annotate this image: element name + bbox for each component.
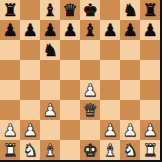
square-b1[interactable]: ♞	[20, 140, 40, 160]
piece-white-pawn[interactable]: ♟	[40, 100, 60, 120]
square-f4[interactable]	[100, 80, 120, 100]
square-e4[interactable]: ♟	[80, 80, 100, 100]
square-e5[interactable]	[80, 60, 100, 80]
chess-board: ♜♝♛♚♞♜♟♟♟♟♝♟♟♟♞♟♟♛♟♟♟♟♟♜♞♝♚♝♞♜	[0, 0, 162, 162]
piece-black-pawn[interactable]: ♟	[60, 20, 80, 40]
piece-white-pawn[interactable]: ♟	[20, 120, 40, 140]
square-a5[interactable]	[0, 60, 20, 80]
piece-white-pawn[interactable]: ♟	[120, 120, 140, 140]
square-a2[interactable]: ♟	[0, 120, 20, 140]
chessboard-screenshot: ♜♝♛♚♞♜♟♟♟♟♝♟♟♟♞♟♟♛♟♟♟♟♟♜♞♝♚♝♞♜	[0, 0, 162, 162]
piece-white-pawn[interactable]: ♟	[140, 120, 160, 140]
piece-black-rook[interactable]: ♜	[140, 0, 160, 20]
square-a7[interactable]: ♟	[0, 20, 20, 40]
piece-white-queen[interactable]: ♛	[80, 100, 100, 120]
square-h6[interactable]	[140, 40, 160, 60]
square-a3[interactable]	[0, 100, 20, 120]
square-e7[interactable]: ♝	[80, 20, 100, 40]
square-g2[interactable]: ♟	[120, 120, 140, 140]
piece-black-king[interactable]: ♚	[80, 0, 100, 20]
square-c7[interactable]: ♟	[40, 20, 60, 40]
square-f2[interactable]: ♟	[100, 120, 120, 140]
piece-white-pawn[interactable]: ♟	[100, 120, 120, 140]
square-a4[interactable]	[0, 80, 20, 100]
piece-white-knight[interactable]: ♞	[20, 140, 40, 160]
square-c1[interactable]: ♝	[40, 140, 60, 160]
square-g5[interactable]	[120, 60, 140, 80]
square-c8[interactable]: ♝	[40, 0, 60, 20]
square-h2[interactable]: ♟	[140, 120, 160, 140]
square-f5[interactable]	[100, 60, 120, 80]
piece-black-pawn[interactable]: ♟	[120, 20, 140, 40]
piece-white-knight[interactable]: ♞	[120, 140, 140, 160]
square-b5[interactable]	[20, 60, 40, 80]
piece-black-pawn[interactable]: ♟	[20, 20, 40, 40]
piece-black-knight[interactable]: ♞	[120, 0, 140, 20]
square-h1[interactable]: ♜	[140, 140, 160, 160]
square-c3[interactable]: ♟	[40, 100, 60, 120]
square-d7[interactable]: ♟	[60, 20, 80, 40]
square-c5[interactable]	[40, 60, 60, 80]
piece-black-bishop[interactable]: ♝	[40, 0, 60, 20]
square-h4[interactable]	[140, 80, 160, 100]
piece-white-king[interactable]: ♚	[80, 140, 100, 160]
piece-black-knight[interactable]: ♞	[40, 40, 60, 60]
square-d6[interactable]	[60, 40, 80, 60]
piece-black-pawn[interactable]: ♟	[140, 20, 160, 40]
square-h7[interactable]: ♟	[140, 20, 160, 40]
piece-white-bishop[interactable]: ♝	[40, 140, 60, 160]
piece-black-rook[interactable]: ♜	[0, 0, 20, 20]
piece-white-pawn[interactable]: ♟	[0, 120, 20, 140]
square-e8[interactable]: ♚	[80, 0, 100, 20]
square-d8[interactable]: ♛	[60, 0, 80, 20]
square-g1[interactable]: ♞	[120, 140, 140, 160]
square-h3[interactable]	[140, 100, 160, 120]
square-f1[interactable]: ♝	[100, 140, 120, 160]
piece-black-bishop[interactable]: ♝	[80, 20, 100, 40]
square-a8[interactable]: ♜	[0, 0, 20, 20]
square-f7[interactable]: ♟	[100, 20, 120, 40]
piece-black-pawn[interactable]: ♟	[100, 20, 120, 40]
square-h8[interactable]: ♜	[140, 0, 160, 20]
square-f8[interactable]	[100, 0, 120, 20]
square-d2[interactable]	[60, 120, 80, 140]
piece-white-rook[interactable]: ♜	[140, 140, 160, 160]
square-b6[interactable]	[20, 40, 40, 60]
square-g6[interactable]	[120, 40, 140, 60]
piece-black-pawn[interactable]: ♟	[40, 20, 60, 40]
square-b4[interactable]	[20, 80, 40, 100]
square-e3[interactable]: ♛	[80, 100, 100, 120]
square-b8[interactable]	[20, 0, 40, 20]
square-b3[interactable]	[20, 100, 40, 120]
square-f3[interactable]	[100, 100, 120, 120]
piece-white-rook[interactable]: ♜	[0, 140, 20, 160]
square-b2[interactable]: ♟	[20, 120, 40, 140]
square-a1[interactable]: ♜	[0, 140, 20, 160]
square-d4[interactable]	[60, 80, 80, 100]
square-e1[interactable]: ♚	[80, 140, 100, 160]
square-b7[interactable]: ♟	[20, 20, 40, 40]
piece-white-pawn[interactable]: ♟	[80, 80, 100, 100]
square-f6[interactable]	[100, 40, 120, 60]
square-g3[interactable]	[120, 100, 140, 120]
piece-black-pawn[interactable]: ♟	[0, 20, 20, 40]
square-g8[interactable]: ♞	[120, 0, 140, 20]
square-c4[interactable]	[40, 80, 60, 100]
square-a6[interactable]	[0, 40, 20, 60]
square-g7[interactable]: ♟	[120, 20, 140, 40]
square-h5[interactable]	[140, 60, 160, 80]
square-c6[interactable]: ♞	[40, 40, 60, 60]
square-e2[interactable]	[80, 120, 100, 140]
square-d3[interactable]	[60, 100, 80, 120]
square-g4[interactable]	[120, 80, 140, 100]
square-d5[interactable]	[60, 60, 80, 80]
square-c2[interactable]	[40, 120, 60, 140]
piece-white-bishop[interactable]: ♝	[100, 140, 120, 160]
piece-black-queen[interactable]: ♛	[60, 0, 80, 20]
square-d1[interactable]	[60, 140, 80, 160]
square-e6[interactable]	[80, 40, 100, 60]
